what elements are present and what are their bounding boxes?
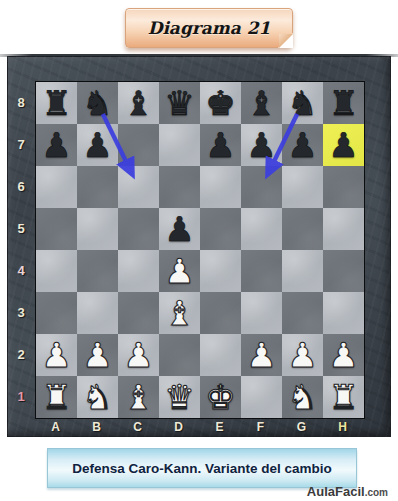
piece-black-pawn: ♟ [287, 124, 317, 166]
piece-white-pawn: ♟ [246, 334, 276, 376]
chess-board-frame: 87654321 ♜♞♝♛♚♝♞♜♟♟♟♟♟♟♟♟♝♟♟♟♟♟♟♜♞♝♛♚♞♜ … [7, 56, 391, 437]
square-g1: ♞ [282, 376, 323, 418]
square-e6 [200, 166, 241, 208]
square-h7: ♟ [323, 124, 364, 166]
square-e4 [200, 250, 241, 292]
piece-white-knight: ♞ [82, 376, 112, 418]
file-label-e: E [199, 418, 240, 436]
piece-black-king: ♚ [205, 82, 235, 124]
square-a6 [36, 166, 77, 208]
watermark: AulaFacil .com [307, 484, 388, 499]
piece-black-rook: ♜ [328, 82, 358, 124]
square-f4 [241, 250, 282, 292]
piece-white-pawn: ♟ [41, 334, 71, 376]
rank-label-5: 5 [7, 207, 35, 249]
piece-white-rook: ♜ [328, 376, 358, 418]
piece-black-pawn: ♟ [205, 124, 235, 166]
square-f1 [241, 376, 282, 418]
piece-white-pawn: ♟ [328, 334, 358, 376]
square-e8: ♚ [200, 82, 241, 124]
rank-label-4: 4 [7, 249, 35, 291]
square-e7: ♟ [200, 124, 241, 166]
rank-labels: 87654321 [7, 81, 35, 417]
square-f5 [241, 208, 282, 250]
piece-black-queen: ♛ [164, 82, 194, 124]
square-b5 [77, 208, 118, 250]
square-f3 [241, 292, 282, 334]
square-e5 [200, 208, 241, 250]
square-c6 [118, 166, 159, 208]
square-c4 [118, 250, 159, 292]
square-c8: ♝ [118, 82, 159, 124]
square-a3 [36, 292, 77, 334]
square-d3: ♝ [159, 292, 200, 334]
title-plate: Diagrama 21 [125, 8, 293, 48]
square-g6 [282, 166, 323, 208]
square-f6 [241, 166, 282, 208]
square-e1: ♚ [200, 376, 241, 418]
square-g7: ♟ [282, 124, 323, 166]
file-label-d: D [158, 418, 199, 436]
file-label-g: G [281, 418, 322, 436]
file-label-a: A [35, 418, 76, 436]
file-label-c: C [117, 418, 158, 436]
piece-white-bishop: ♝ [123, 376, 153, 418]
piece-black-bishop: ♝ [246, 82, 276, 124]
square-f8: ♝ [241, 82, 282, 124]
piece-white-queen: ♛ [164, 376, 194, 418]
square-c5 [118, 208, 159, 250]
piece-black-knight: ♞ [287, 82, 317, 124]
piece-black-pawn: ♟ [246, 124, 276, 166]
square-c3 [118, 292, 159, 334]
rank-label-6: 6 [7, 165, 35, 207]
square-a5 [36, 208, 77, 250]
rank-label-3: 3 [7, 291, 35, 333]
square-h2: ♟ [323, 334, 364, 376]
piece-white-bishop: ♝ [164, 292, 194, 334]
square-a7: ♟ [36, 124, 77, 166]
square-a4 [36, 250, 77, 292]
square-h8: ♜ [323, 82, 364, 124]
square-d4: ♟ [159, 250, 200, 292]
piece-white-pawn: ♟ [123, 334, 153, 376]
caption-box: Defensa Caro-Kann. Variante del cambio [47, 448, 357, 488]
square-h3 [323, 292, 364, 334]
diagram-title: Diagrama 21 [148, 18, 271, 38]
piece-white-pawn: ♟ [82, 334, 112, 376]
watermark-site-name: AulaFacil [307, 484, 365, 499]
watermark-tld: .com [365, 487, 388, 498]
square-g5 [282, 208, 323, 250]
square-b2: ♟ [77, 334, 118, 376]
square-f7: ♟ [241, 124, 282, 166]
piece-white-rook: ♜ [41, 376, 71, 418]
square-c7 [118, 124, 159, 166]
file-labels: ABCDEFGH [35, 418, 363, 436]
square-b3 [77, 292, 118, 334]
square-d2 [159, 334, 200, 376]
file-label-f: F [240, 418, 281, 436]
piece-black-pawn: ♟ [164, 208, 194, 250]
piece-black-rook: ♜ [41, 82, 71, 124]
rank-label-7: 7 [7, 123, 35, 165]
square-h4 [323, 250, 364, 292]
square-b7: ♟ [77, 124, 118, 166]
piece-white-pawn: ♟ [287, 334, 317, 376]
square-f2: ♟ [241, 334, 282, 376]
square-a2: ♟ [36, 334, 77, 376]
square-d6 [159, 166, 200, 208]
rank-label-1: 1 [7, 375, 35, 417]
square-d5: ♟ [159, 208, 200, 250]
piece-black-pawn: ♟ [328, 124, 358, 166]
square-h1: ♜ [323, 376, 364, 418]
square-c1: ♝ [118, 376, 159, 418]
square-b6 [77, 166, 118, 208]
piece-black-pawn: ♟ [82, 124, 112, 166]
rank-label-8: 8 [7, 81, 35, 123]
square-e2 [200, 334, 241, 376]
square-a1: ♜ [36, 376, 77, 418]
file-label-h: H [322, 418, 363, 436]
square-b1: ♞ [77, 376, 118, 418]
square-e3 [200, 292, 241, 334]
square-b8: ♞ [77, 82, 118, 124]
piece-black-pawn: ♟ [41, 124, 71, 166]
square-d8: ♛ [159, 82, 200, 124]
rank-label-2: 2 [7, 333, 35, 375]
file-label-b: B [76, 418, 117, 436]
piece-white-king: ♚ [205, 376, 235, 418]
square-g3 [282, 292, 323, 334]
board-grid: ♜♞♝♛♚♝♞♜♟♟♟♟♟♟♟♟♝♟♟♟♟♟♟♜♞♝♛♚♞♜ [36, 82, 364, 418]
piece-white-knight: ♞ [287, 376, 317, 418]
square-g8: ♞ [282, 82, 323, 124]
square-d1: ♛ [159, 376, 200, 418]
square-h5 [323, 208, 364, 250]
opening-name-caption: Defensa Caro-Kann. Variante del cambio [72, 461, 332, 476]
piece-black-bishop: ♝ [123, 82, 153, 124]
square-b4 [77, 250, 118, 292]
square-a8: ♜ [36, 82, 77, 124]
chess-board: ♜♞♝♛♚♝♞♜♟♟♟♟♟♟♟♟♝♟♟♟♟♟♟♜♞♝♛♚♞♜ [35, 81, 365, 419]
chess-lesson-diagram: Diagrama 21 87654321 ♜♞♝♛♚♝♞♜♟♟♟♟♟♟♟♟♝♟♟… [0, 0, 398, 501]
square-g2: ♟ [282, 334, 323, 376]
piece-white-pawn: ♟ [164, 250, 194, 292]
square-h6 [323, 166, 364, 208]
square-d7 [159, 124, 200, 166]
piece-black-knight: ♞ [82, 82, 112, 124]
square-c2: ♟ [118, 334, 159, 376]
square-g4 [282, 250, 323, 292]
